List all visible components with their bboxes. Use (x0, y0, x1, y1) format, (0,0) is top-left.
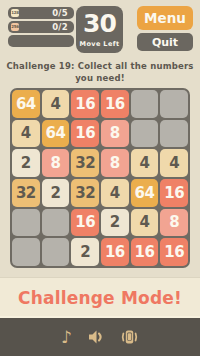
game-board[interactable]: 6441616464168283284432232464161624821616… (10, 88, 190, 268)
tile-2: 2 (42, 179, 70, 207)
tile-8: 8 (101, 149, 129, 177)
tile-64: 64 (12, 90, 40, 118)
goal-pill-256: 256 0/2 (8, 21, 74, 33)
goal-progress-256: 0/2 (19, 22, 74, 32)
tile-16: 16 (160, 179, 188, 207)
tile-4: 4 (42, 90, 70, 118)
goal-progress-128: 0/5 (19, 8, 74, 18)
tile-2: 2 (101, 209, 129, 237)
tile-16: 16 (131, 238, 159, 266)
tile-256-icon: 256 (11, 23, 19, 31)
tile-8: 8 (101, 120, 129, 148)
tile-4: 4 (131, 209, 159, 237)
tile-32: 32 (71, 149, 99, 177)
empty-cell (12, 238, 40, 266)
tile-4: 4 (131, 149, 159, 177)
tile-64: 64 (42, 120, 70, 148)
moves-label: Move Left (76, 40, 123, 48)
goal-panel: 128 0/5 256 0/2 (8, 7, 74, 49)
tile-2: 2 (71, 238, 99, 266)
tile-16: 16 (71, 120, 99, 148)
tile-4: 4 (101, 179, 129, 207)
goal-pill-128: 128 0/5 (8, 7, 74, 19)
empty-cell (42, 209, 70, 237)
banner-text: Challenge Mode! (18, 288, 182, 308)
tile-16: 16 (71, 209, 99, 237)
header-buttons: Menu Quit (137, 6, 193, 51)
empty-cell (160, 120, 188, 148)
empty-cell (131, 120, 159, 148)
tile-16: 16 (71, 90, 99, 118)
tile-8: 8 (42, 149, 70, 177)
tile-4: 4 (160, 149, 188, 177)
moves-panel: 30 Move Left (76, 6, 123, 53)
tile-16: 16 (101, 238, 129, 266)
tile-2: 2 (12, 149, 40, 177)
empty-cell (12, 209, 40, 237)
goal-pill-empty (8, 35, 74, 47)
empty-cell (42, 238, 70, 266)
tile-64: 64 (131, 179, 159, 207)
empty-cell (131, 90, 159, 118)
tile-32: 32 (71, 179, 99, 207)
tile-128-icon: 128 (11, 9, 19, 17)
quit-button[interactable]: Quit (137, 33, 193, 51)
speaker-icon[interactable] (87, 329, 105, 345)
music-note-icon[interactable]: ♪ (61, 329, 72, 346)
bottom-bar: ♪ (0, 316, 200, 356)
moves-value: 30 (76, 9, 123, 39)
challenge-description: Challenge 19: Collect all the numbers yo… (6, 61, 194, 85)
challenge-mode-banner: Challenge Mode! (0, 277, 200, 317)
empty-cell (160, 90, 188, 118)
menu-button[interactable]: Menu (137, 6, 193, 30)
vibrate-icon[interactable] (120, 329, 139, 345)
tile-8: 8 (160, 209, 188, 237)
tile-16: 16 (101, 90, 129, 118)
tile-16: 16 (160, 238, 188, 266)
tile-4: 4 (12, 120, 40, 148)
app-screen: 128 0/5 256 0/2 30 Move Left Menu Quit C… (0, 0, 200, 356)
tile-32: 32 (12, 179, 40, 207)
